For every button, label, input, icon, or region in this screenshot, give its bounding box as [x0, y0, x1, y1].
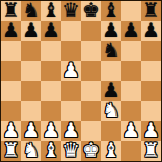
- square-c5[interactable]: [41, 61, 61, 81]
- black-pawn-icon[interactable]: ♟: [142, 20, 160, 40]
- white-pawn-icon[interactable]: ♟: [22, 120, 40, 140]
- black-queen-icon[interactable]: ♛: [62, 0, 80, 20]
- white-pawn-icon[interactable]: ♟: [2, 120, 20, 140]
- black-king-icon[interactable]: ♚: [82, 0, 100, 20]
- square-h5[interactable]: [141, 61, 161, 81]
- black-pawn-icon[interactable]: ♟: [2, 20, 20, 40]
- square-g7[interactable]: ♟: [121, 21, 141, 41]
- black-bishop-icon[interactable]: ♝: [102, 0, 120, 20]
- white-bishop-icon[interactable]: ♝: [102, 140, 120, 160]
- square-e4[interactable]: [81, 81, 101, 101]
- square-f3[interactable]: ♞: [101, 101, 121, 121]
- black-pawn-icon[interactable]: ♟: [102, 20, 120, 40]
- square-a7[interactable]: ♟: [1, 21, 21, 41]
- white-king-icon[interactable]: ♚: [82, 140, 100, 160]
- white-rook-icon[interactable]: ♜: [2, 140, 20, 160]
- square-a5[interactable]: [1, 61, 21, 81]
- square-c4[interactable]: [41, 81, 61, 101]
- black-knight-icon[interactable]: ♞: [22, 0, 40, 20]
- square-c6[interactable]: [41, 41, 61, 61]
- square-g2[interactable]: ♟: [121, 121, 141, 141]
- chess-board-window: ♜♞♝♛♚♝♜♟♟♟♟♟♟♞♟♟♞♟♟♟♟♟♟♜♞♝♛♚♝♜: [0, 0, 162, 162]
- square-d7[interactable]: [61, 21, 81, 41]
- square-b5[interactable]: [21, 61, 41, 81]
- square-f1[interactable]: ♝: [101, 141, 121, 161]
- square-c7[interactable]: ♟: [41, 21, 61, 41]
- chess-board: ♜♞♝♛♚♝♜♟♟♟♟♟♟♞♟♟♞♟♟♟♟♟♟♜♞♝♛♚♝♜: [0, 0, 162, 162]
- square-h7[interactable]: ♟: [141, 21, 161, 41]
- white-pawn-icon[interactable]: ♟: [62, 120, 80, 140]
- black-pawn-icon[interactable]: ♟: [42, 20, 60, 40]
- white-bishop-icon[interactable]: ♝: [42, 140, 60, 160]
- square-a4[interactable]: [1, 81, 21, 101]
- square-a6[interactable]: [1, 41, 21, 61]
- square-c1[interactable]: ♝: [41, 141, 61, 161]
- black-pawn-icon[interactable]: ♟: [22, 20, 40, 40]
- square-g4[interactable]: [121, 81, 141, 101]
- white-pawn-icon[interactable]: ♟: [122, 120, 140, 140]
- black-pawn-icon[interactable]: ♟: [122, 20, 140, 40]
- black-bishop-icon[interactable]: ♝: [42, 0, 60, 20]
- square-e3[interactable]: [81, 101, 101, 121]
- square-e8[interactable]: ♚: [81, 1, 101, 21]
- square-e6[interactable]: [81, 41, 101, 61]
- square-e1[interactable]: ♚: [81, 141, 101, 161]
- square-h6[interactable]: [141, 41, 161, 61]
- square-a1[interactable]: ♜: [1, 141, 21, 161]
- white-knight-icon[interactable]: ♞: [22, 140, 40, 160]
- square-e5[interactable]: [81, 61, 101, 81]
- square-d8[interactable]: ♛: [61, 1, 81, 21]
- black-pawn-icon[interactable]: ♟: [102, 80, 120, 100]
- black-rook-icon[interactable]: ♜: [142, 0, 160, 20]
- white-pawn-icon[interactable]: ♟: [62, 60, 80, 80]
- white-rook-icon[interactable]: ♜: [142, 140, 160, 160]
- black-rook-icon[interactable]: ♜: [2, 0, 20, 20]
- square-f6[interactable]: ♞: [101, 41, 121, 61]
- square-b4[interactable]: [21, 81, 41, 101]
- square-h1[interactable]: ♜: [141, 141, 161, 161]
- square-e7[interactable]: [81, 21, 101, 41]
- square-g1[interactable]: [121, 141, 141, 161]
- black-knight-icon[interactable]: ♞: [102, 40, 120, 60]
- square-d1[interactable]: ♛: [61, 141, 81, 161]
- square-b1[interactable]: ♞: [21, 141, 41, 161]
- white-knight-icon[interactable]: ♞: [102, 100, 120, 120]
- square-b6[interactable]: [21, 41, 41, 61]
- square-d4[interactable]: [61, 81, 81, 101]
- white-pawn-icon[interactable]: ♟: [42, 120, 60, 140]
- square-h4[interactable]: [141, 81, 161, 101]
- square-g5[interactable]: [121, 61, 141, 81]
- square-b7[interactable]: ♟: [21, 21, 41, 41]
- white-queen-icon[interactable]: ♛: [62, 140, 80, 160]
- square-d5[interactable]: ♟: [61, 61, 81, 81]
- white-pawn-icon[interactable]: ♟: [142, 120, 160, 140]
- square-g6[interactable]: [121, 41, 141, 61]
